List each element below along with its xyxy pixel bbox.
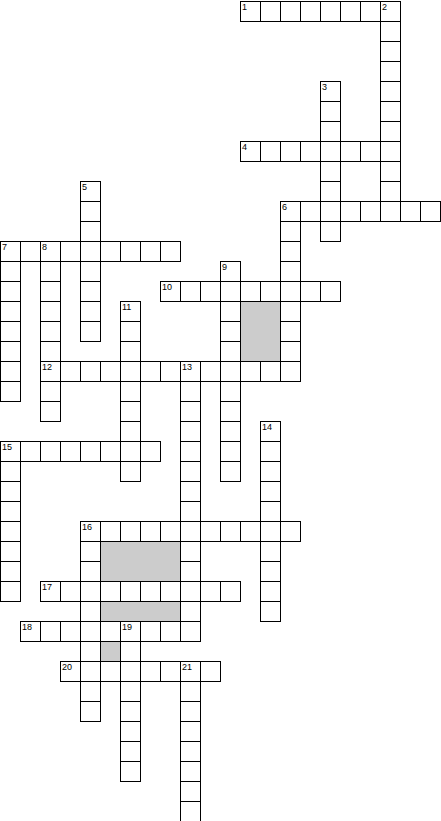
grid-cell[interactable] <box>200 521 221 542</box>
grid-cell[interactable] <box>320 121 341 142</box>
grid-cell[interactable] <box>340 141 361 162</box>
grid-cell[interactable] <box>380 21 401 42</box>
grid-cell[interactable] <box>420 201 441 222</box>
grid-cell[interactable] <box>260 581 281 602</box>
grid-cell[interactable] <box>40 621 61 642</box>
grid-cell[interactable] <box>280 221 301 242</box>
grid-cell[interactable] <box>80 361 101 382</box>
grid-cell[interactable] <box>0 361 21 382</box>
grid-cell[interactable] <box>260 1 281 22</box>
grid-cell[interactable] <box>80 201 101 222</box>
grid-cell[interactable] <box>120 361 141 382</box>
grid-cell[interactable] <box>160 361 181 382</box>
grid-cell[interactable] <box>0 381 21 402</box>
grid-cell[interactable] <box>140 521 161 542</box>
grid-cell[interactable] <box>0 541 21 562</box>
grid-cell[interactable] <box>260 361 281 382</box>
grid-cell[interactable] <box>180 481 201 502</box>
grid-cell[interactable] <box>200 361 221 382</box>
grid-cell[interactable] <box>320 281 341 302</box>
grid-cell[interactable] <box>220 381 241 402</box>
grid-cell[interactable] <box>80 221 101 242</box>
grid-cell[interactable] <box>20 241 41 262</box>
grid-cell[interactable] <box>240 361 261 382</box>
grid-cell[interactable] <box>120 301 141 322</box>
grid-cell[interactable] <box>320 201 341 222</box>
grid-cell[interactable] <box>160 661 181 682</box>
grid-cell[interactable] <box>60 361 81 382</box>
grid-cell[interactable] <box>280 341 301 362</box>
grid-cell[interactable] <box>180 721 201 742</box>
grid-cell[interactable] <box>220 521 241 542</box>
grid-cell[interactable] <box>180 621 201 642</box>
grid-cell[interactable] <box>40 401 61 422</box>
grid-cell[interactable] <box>0 321 21 342</box>
grid-cell[interactable] <box>140 241 161 262</box>
grid-cell[interactable] <box>40 321 61 342</box>
grid-cell[interactable] <box>260 441 281 462</box>
grid-cell[interactable] <box>80 301 101 322</box>
grid-cell[interactable] <box>120 681 141 702</box>
grid-cell[interactable] <box>80 281 101 302</box>
grid-cell[interactable] <box>380 181 401 202</box>
grid-cell[interactable] <box>260 501 281 522</box>
grid-cell[interactable] <box>0 301 21 322</box>
grid-cell[interactable] <box>240 1 261 22</box>
grid-cell[interactable] <box>280 201 301 222</box>
grid-cell[interactable] <box>100 621 121 642</box>
grid-cell[interactable] <box>80 621 101 642</box>
grid-cell[interactable] <box>0 441 21 462</box>
grid-cell[interactable] <box>0 501 21 522</box>
grid-cell[interactable] <box>380 161 401 182</box>
grid-cell[interactable] <box>80 681 101 702</box>
grid-cell[interactable] <box>120 661 141 682</box>
grid-cell[interactable] <box>100 661 121 682</box>
grid-cell[interactable] <box>80 661 101 682</box>
grid-cell[interactable] <box>280 281 301 302</box>
grid-cell[interactable] <box>0 461 21 482</box>
grid-cell[interactable] <box>180 781 201 802</box>
grid-cell[interactable] <box>380 201 401 222</box>
grid-cell[interactable] <box>80 181 101 202</box>
grid-cell[interactable] <box>120 641 141 662</box>
grid-cell[interactable] <box>0 261 21 282</box>
grid-cell[interactable] <box>260 141 281 162</box>
grid-cell[interactable] <box>180 541 201 562</box>
grid-cell[interactable] <box>180 661 201 682</box>
grid-cell[interactable] <box>40 441 61 462</box>
grid-cell[interactable] <box>380 141 401 162</box>
grid-cell[interactable] <box>300 281 321 302</box>
grid-cell[interactable] <box>20 441 41 462</box>
grid-cell[interactable] <box>240 141 261 162</box>
grid-cell[interactable] <box>80 641 101 662</box>
grid-cell[interactable] <box>360 201 381 222</box>
grid-cell[interactable] <box>180 381 201 402</box>
grid-cell[interactable] <box>220 421 241 442</box>
grid-cell[interactable] <box>260 541 281 562</box>
grid-cell[interactable] <box>120 761 141 782</box>
grid-cell[interactable] <box>80 541 101 562</box>
grid-cell[interactable] <box>200 281 221 302</box>
grid-cell[interactable] <box>80 261 101 282</box>
grid-cell[interactable] <box>160 281 181 302</box>
grid-cell[interactable] <box>160 521 181 542</box>
grid-cell[interactable] <box>120 341 141 362</box>
grid-cell[interactable] <box>280 1 301 22</box>
grid-cell[interactable] <box>200 661 221 682</box>
grid-cell[interactable] <box>320 221 341 242</box>
grid-cell[interactable] <box>300 141 321 162</box>
grid-cell[interactable] <box>300 1 321 22</box>
grid-cell[interactable] <box>120 401 141 422</box>
grid-cell[interactable] <box>100 581 121 602</box>
grid-cell[interactable] <box>120 461 141 482</box>
grid-cell[interactable] <box>180 461 201 482</box>
grid-cell[interactable] <box>180 521 201 542</box>
grid-cell[interactable] <box>40 381 61 402</box>
grid-cell[interactable] <box>220 261 241 282</box>
grid-cell[interactable] <box>320 81 341 102</box>
grid-cell[interactable] <box>40 341 61 362</box>
grid-cell[interactable] <box>340 1 361 22</box>
grid-cell[interactable] <box>0 561 21 582</box>
grid-cell[interactable] <box>0 481 21 502</box>
grid-cell[interactable] <box>140 581 161 602</box>
grid-cell[interactable] <box>40 261 61 282</box>
grid-cell[interactable] <box>40 301 61 322</box>
grid-cell[interactable] <box>120 441 141 462</box>
grid-cell[interactable] <box>80 581 101 602</box>
grid-cell[interactable] <box>180 741 201 762</box>
grid-cell[interactable] <box>120 621 141 642</box>
grid-cell[interactable] <box>280 361 301 382</box>
grid-cell[interactable] <box>180 561 201 582</box>
grid-cell[interactable] <box>140 441 161 462</box>
grid-cell[interactable] <box>140 661 161 682</box>
grid-cell[interactable] <box>0 281 21 302</box>
grid-cell[interactable] <box>180 501 201 522</box>
grid-cell[interactable] <box>220 441 241 462</box>
grid-cell[interactable] <box>80 241 101 262</box>
grid-cell[interactable] <box>60 241 81 262</box>
grid-cell[interactable] <box>80 321 101 342</box>
grid-cell[interactable] <box>220 401 241 422</box>
blocked-region <box>240 301 281 362</box>
grid-cell[interactable] <box>120 521 141 542</box>
grid-cell[interactable] <box>60 441 81 462</box>
grid-cell[interactable] <box>120 721 141 742</box>
grid-cell[interactable] <box>380 41 401 62</box>
grid-cell[interactable] <box>80 561 101 582</box>
grid-cell[interactable] <box>160 621 181 642</box>
grid-cell[interactable] <box>320 1 341 22</box>
grid-cell[interactable] <box>120 741 141 762</box>
grid-cell[interactable] <box>180 761 201 782</box>
grid-cell[interactable] <box>0 241 21 262</box>
grid-cell[interactable] <box>220 321 241 342</box>
grid-cell[interactable] <box>220 461 241 482</box>
grid-cell[interactable] <box>280 521 301 542</box>
grid-cell[interactable] <box>160 241 181 262</box>
grid-cell[interactable] <box>300 201 321 222</box>
grid-cell[interactable] <box>280 321 301 342</box>
grid-cell[interactable] <box>40 361 61 382</box>
grid-cell[interactable] <box>180 681 201 702</box>
grid-cell[interactable] <box>180 581 201 602</box>
grid-cell[interactable] <box>40 241 61 262</box>
grid-cell[interactable] <box>380 101 401 122</box>
grid-cell[interactable] <box>100 361 121 382</box>
grid-cell[interactable] <box>180 361 201 382</box>
grid-cell[interactable] <box>100 441 121 462</box>
grid-cell[interactable] <box>260 601 281 622</box>
grid-cell[interactable] <box>60 581 81 602</box>
grid-cell[interactable] <box>120 701 141 722</box>
grid-cell[interactable] <box>280 241 301 262</box>
grid-cell[interactable] <box>220 281 241 302</box>
grid-cell[interactable] <box>240 281 261 302</box>
grid-cell[interactable] <box>260 481 281 502</box>
grid-cell[interactable] <box>120 241 141 262</box>
grid-cell[interactable] <box>380 121 401 142</box>
grid-cell[interactable] <box>340 201 361 222</box>
grid-cell[interactable] <box>160 581 181 602</box>
grid-cell[interactable] <box>180 701 201 722</box>
grid-cell[interactable] <box>60 661 81 682</box>
grid-cell[interactable] <box>240 521 261 542</box>
grid-cell[interactable] <box>400 201 421 222</box>
grid-cell[interactable] <box>260 561 281 582</box>
grid-cell[interactable] <box>60 621 81 642</box>
grid-cell[interactable] <box>120 321 141 342</box>
grid-cell[interactable] <box>380 1 401 22</box>
grid-cell[interactable] <box>220 361 241 382</box>
grid-cell[interactable] <box>320 101 341 122</box>
grid-cell[interactable] <box>0 581 21 602</box>
grid-cell[interactable] <box>180 801 201 821</box>
grid-cell[interactable] <box>280 261 301 282</box>
grid-cell[interactable] <box>260 461 281 482</box>
grid-cell[interactable] <box>180 401 201 422</box>
grid-cell[interactable] <box>380 61 401 82</box>
grid-cell[interactable] <box>0 521 21 542</box>
grid-cell[interactable] <box>80 601 101 622</box>
grid-cell[interactable] <box>220 581 241 602</box>
crossword-grid: 123456789101112131415161718192021 <box>0 0 441 821</box>
grid-cell[interactable] <box>140 621 161 642</box>
grid-cell[interactable] <box>180 441 201 462</box>
grid-cell[interactable] <box>260 521 281 542</box>
grid-cell[interactable] <box>40 581 61 602</box>
grid-cell[interactable] <box>120 581 141 602</box>
grid-cell[interactable] <box>80 521 101 542</box>
grid-cell[interactable] <box>280 141 301 162</box>
grid-cell[interactable] <box>320 141 341 162</box>
blocked-region <box>100 641 121 662</box>
grid-cell[interactable] <box>220 341 241 362</box>
blocked-region <box>100 541 181 582</box>
grid-cell[interactable] <box>120 421 141 442</box>
blocked-region <box>100 601 181 622</box>
grid-cell[interactable] <box>20 621 41 642</box>
grid-cell[interactable] <box>320 181 341 202</box>
grid-cell[interactable] <box>320 161 341 182</box>
grid-cell[interactable] <box>260 421 281 442</box>
grid-cell[interactable] <box>280 301 301 322</box>
grid-cell[interactable] <box>180 601 201 622</box>
grid-cell[interactable] <box>0 341 21 362</box>
grid-cell[interactable] <box>80 701 101 722</box>
grid-cell[interactable] <box>100 521 121 542</box>
grid-cell[interactable] <box>360 1 381 22</box>
grid-cell[interactable] <box>360 141 381 162</box>
grid-cell[interactable] <box>140 361 161 382</box>
grid-cell[interactable] <box>380 81 401 102</box>
grid-cell[interactable] <box>200 581 221 602</box>
grid-cell[interactable] <box>220 301 241 322</box>
grid-cell[interactable] <box>80 441 101 462</box>
grid-cell[interactable] <box>120 381 141 402</box>
grid-cell[interactable] <box>180 421 201 442</box>
grid-cell[interactable] <box>260 281 281 302</box>
grid-cell[interactable] <box>180 281 201 302</box>
grid-cell[interactable] <box>100 241 121 262</box>
grid-cell[interactable] <box>40 281 61 302</box>
